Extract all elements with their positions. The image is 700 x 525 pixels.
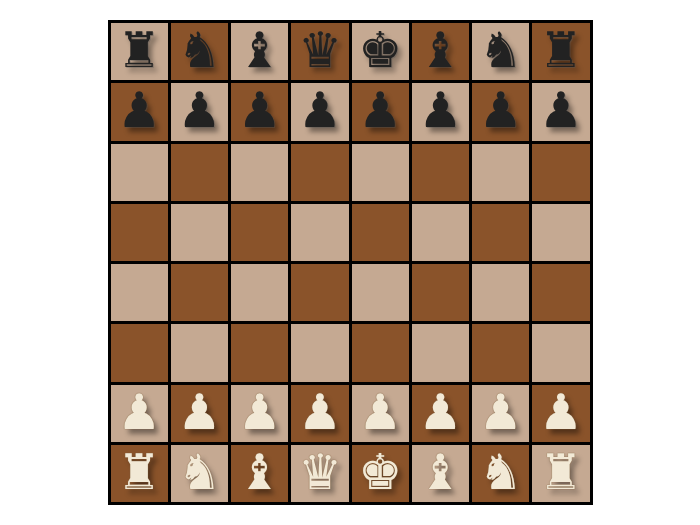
black-knight[interactable]: ♞ (177, 26, 221, 75)
black-queen[interactable]: ♛ (298, 26, 342, 75)
square-g1[interactable]: ♞ (472, 445, 529, 502)
white-bishop[interactable]: ♝ (238, 448, 282, 497)
square-e4[interactable] (352, 264, 409, 321)
square-f3[interactable] (412, 324, 469, 381)
square-f4[interactable] (412, 264, 469, 321)
square-f5[interactable] (412, 204, 469, 261)
chess-board: ♜♞♝♛♚♝♞♜♟♟♟♟♟♟♟♟♟♟♟♟♟♟♟♟♜♞♝♛♚♝♞♜ (108, 20, 593, 505)
square-c6[interactable] (231, 144, 288, 201)
white-knight[interactable]: ♞ (177, 448, 221, 497)
white-rook[interactable]: ♜ (117, 448, 161, 497)
square-a1[interactable]: ♜ (111, 445, 168, 502)
square-h2[interactable]: ♟ (532, 385, 589, 442)
white-pawn[interactable]: ♟ (177, 388, 221, 437)
square-d8[interactable]: ♛ (291, 23, 348, 80)
square-b7[interactable]: ♟ (171, 83, 228, 140)
square-c8[interactable]: ♝ (231, 23, 288, 80)
square-e2[interactable]: ♟ (352, 385, 409, 442)
square-h6[interactable] (532, 144, 589, 201)
square-h4[interactable] (532, 264, 589, 321)
square-h7[interactable]: ♟ (532, 83, 589, 140)
square-a8[interactable]: ♜ (111, 23, 168, 80)
black-rook[interactable]: ♜ (539, 26, 583, 75)
square-g6[interactable] (472, 144, 529, 201)
square-e3[interactable] (352, 324, 409, 381)
black-pawn[interactable]: ♟ (238, 86, 282, 135)
white-pawn[interactable]: ♟ (117, 388, 161, 437)
square-e1[interactable]: ♚ (352, 445, 409, 502)
black-pawn[interactable]: ♟ (298, 86, 342, 135)
square-h1[interactable]: ♜ (532, 445, 589, 502)
square-d1[interactable]: ♛ (291, 445, 348, 502)
square-g5[interactable] (472, 204, 529, 261)
white-queen[interactable]: ♛ (298, 448, 342, 497)
square-d2[interactable]: ♟ (291, 385, 348, 442)
square-a6[interactable] (111, 144, 168, 201)
square-d7[interactable]: ♟ (291, 83, 348, 140)
black-pawn[interactable]: ♟ (177, 86, 221, 135)
square-f6[interactable] (412, 144, 469, 201)
square-a5[interactable] (111, 204, 168, 261)
square-c7[interactable]: ♟ (231, 83, 288, 140)
square-a7[interactable]: ♟ (111, 83, 168, 140)
square-d4[interactable] (291, 264, 348, 321)
square-h3[interactable] (532, 324, 589, 381)
square-c5[interactable] (231, 204, 288, 261)
square-a2[interactable]: ♟ (111, 385, 168, 442)
square-e5[interactable] (352, 204, 409, 261)
square-d3[interactable] (291, 324, 348, 381)
white-king[interactable]: ♚ (358, 448, 402, 497)
square-g7[interactable]: ♟ (472, 83, 529, 140)
black-king[interactable]: ♚ (358, 26, 402, 75)
square-e7[interactable]: ♟ (352, 83, 409, 140)
square-b1[interactable]: ♞ (171, 445, 228, 502)
black-pawn[interactable]: ♟ (358, 86, 402, 135)
square-h8[interactable]: ♜ (532, 23, 589, 80)
white-pawn[interactable]: ♟ (358, 388, 402, 437)
white-rook[interactable]: ♜ (539, 448, 583, 497)
square-g4[interactable] (472, 264, 529, 321)
square-h5[interactable] (532, 204, 589, 261)
white-pawn[interactable]: ♟ (418, 388, 462, 437)
square-a3[interactable] (111, 324, 168, 381)
square-d5[interactable] (291, 204, 348, 261)
square-c4[interactable] (231, 264, 288, 321)
square-c3[interactable] (231, 324, 288, 381)
square-f8[interactable]: ♝ (412, 23, 469, 80)
square-b8[interactable]: ♞ (171, 23, 228, 80)
white-pawn[interactable]: ♟ (479, 388, 523, 437)
square-b2[interactable]: ♟ (171, 385, 228, 442)
square-f2[interactable]: ♟ (412, 385, 469, 442)
square-b4[interactable] (171, 264, 228, 321)
square-f7[interactable]: ♟ (412, 83, 469, 140)
black-pawn[interactable]: ♟ (117, 86, 161, 135)
square-b6[interactable] (171, 144, 228, 201)
white-pawn[interactable]: ♟ (298, 388, 342, 437)
square-c1[interactable]: ♝ (231, 445, 288, 502)
square-b3[interactable] (171, 324, 228, 381)
square-d6[interactable] (291, 144, 348, 201)
square-e6[interactable] (352, 144, 409, 201)
white-bishop[interactable]: ♝ (418, 448, 462, 497)
square-c2[interactable]: ♟ (231, 385, 288, 442)
square-g2[interactable]: ♟ (472, 385, 529, 442)
square-g8[interactable]: ♞ (472, 23, 529, 80)
black-rook[interactable]: ♜ (117, 26, 161, 75)
black-pawn[interactable]: ♟ (479, 86, 523, 135)
square-f1[interactable]: ♝ (412, 445, 469, 502)
black-bishop[interactable]: ♝ (238, 26, 282, 75)
black-pawn[interactable]: ♟ (418, 86, 462, 135)
white-knight[interactable]: ♞ (479, 448, 523, 497)
white-pawn[interactable]: ♟ (238, 388, 282, 437)
square-b5[interactable] (171, 204, 228, 261)
white-pawn[interactable]: ♟ (539, 388, 583, 437)
black-pawn[interactable]: ♟ (539, 86, 583, 135)
black-knight[interactable]: ♞ (479, 26, 523, 75)
square-g3[interactable] (472, 324, 529, 381)
app-canvas: ♜♞♝♛♚♝♞♜♟♟♟♟♟♟♟♟♟♟♟♟♟♟♟♟♜♞♝♛♚♝♞♜ (0, 0, 700, 525)
square-a4[interactable] (111, 264, 168, 321)
black-bishop[interactable]: ♝ (418, 26, 462, 75)
square-e8[interactable]: ♚ (352, 23, 409, 80)
